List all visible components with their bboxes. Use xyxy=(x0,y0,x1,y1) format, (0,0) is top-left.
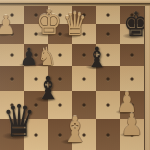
black-queen[interactable]: ♛ xyxy=(2,99,36,143)
white-bishop[interactable]: ♝ xyxy=(61,112,88,148)
white-queen[interactable]: ♛ xyxy=(63,8,87,40)
square-g8[interactable] xyxy=(96,6,120,24)
square-h6[interactable] xyxy=(120,44,144,66)
board-frame-right xyxy=(144,6,150,150)
black-pawn[interactable]: ♟ xyxy=(20,45,38,69)
board-frame-top xyxy=(0,0,150,6)
black-bishop[interactable]: ♝ xyxy=(36,72,60,104)
white-king[interactable]: ♚ xyxy=(36,5,62,39)
white-knight[interactable]: ♞ xyxy=(38,45,56,69)
chess-photo: ♟♚♛♚♟♞♝♝♟♟♛♝ xyxy=(0,0,150,150)
black-bishop[interactable]: ♝ xyxy=(86,44,107,72)
white-pawn[interactable]: ♟ xyxy=(121,110,144,140)
square-g3[interactable] xyxy=(96,119,120,150)
white-pawn[interactable]: ♟ xyxy=(0,12,16,38)
